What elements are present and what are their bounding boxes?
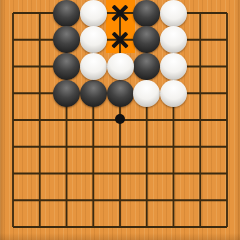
x-mark-E8[interactable]	[111, 31, 129, 49]
x-mark-E9[interactable]	[111, 4, 129, 22]
black-stone-C9[interactable]	[53, 0, 80, 27]
black-stone-C7[interactable]	[53, 53, 80, 80]
black-stone-E6[interactable]	[107, 80, 134, 107]
white-stone-D7[interactable]	[80, 53, 107, 80]
white-stone-G9[interactable]	[160, 0, 187, 27]
white-stone-E7[interactable]	[107, 53, 134, 80]
go-board[interactable]	[0, 0, 240, 240]
white-stone-D9[interactable]	[80, 0, 107, 27]
hoshi-point	[115, 114, 125, 124]
black-stone-F9[interactable]	[133, 0, 160, 27]
white-stone-F6[interactable]	[133, 80, 160, 107]
black-stone-D6[interactable]	[80, 80, 107, 107]
white-stone-G6[interactable]	[160, 80, 187, 107]
black-stone-C6[interactable]	[53, 80, 80, 107]
white-stone-G7[interactable]	[160, 53, 187, 80]
white-stone-D8[interactable]	[80, 26, 107, 53]
